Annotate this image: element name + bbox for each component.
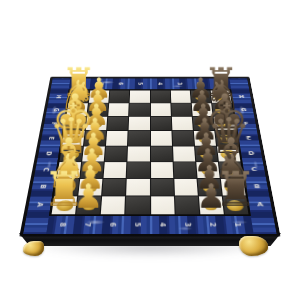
square-a1: ♜ [223,196,249,214]
square-h4 [150,90,170,102]
piece-bronze-pawn: ♟ [197,181,227,213]
square-h5 [130,90,150,102]
square-e4 [150,131,171,145]
square-b5 [127,179,150,196]
square-a6 [101,196,125,214]
square-c6 [104,162,127,178]
square-f4 [150,117,171,131]
square-f5 [129,117,150,131]
chess-set-photo[interactable]: 88AA77BB66CC55DD44EE33FF22GG11HH ♜♟♟♜♞♟♟… [0,0,300,300]
square-c4 [151,162,173,178]
square-c5 [127,162,149,178]
squares-grid: ♜♟♟♜♞♟♟♞♝♟♟♝♚♟♟♚♛♟♟♛♝♟♟♝♞♟♟♞♜♟♟♜ [52,90,249,214]
square-b3 [174,179,198,196]
square-h6 [109,90,129,102]
lapis-border-near [23,216,276,234]
chess-board: 88AA77BB66CC55DD44EE33FF22GG11HH ♜♟♟♜♞♟♟… [19,77,280,237]
square-d5 [128,146,150,161]
square-d4 [151,146,173,161]
square-b4 [151,179,174,196]
gold-foot-left [23,241,44,256]
square-g6 [108,103,129,116]
square-f6 [107,117,128,131]
square-b6 [102,179,126,196]
square-a2: ♟ [199,196,224,214]
square-d6 [105,146,127,161]
square-a3 [175,196,199,214]
square-e6 [106,131,128,145]
square-a5 [126,196,150,214]
square-g4 [150,103,170,116]
square-a7: ♟ [76,196,101,214]
piece-gold-pawn: ♟ [73,181,103,213]
square-g5 [129,103,149,116]
square-a4 [151,196,175,214]
gold-foot-right [239,236,268,256]
square-e5 [128,131,149,145]
